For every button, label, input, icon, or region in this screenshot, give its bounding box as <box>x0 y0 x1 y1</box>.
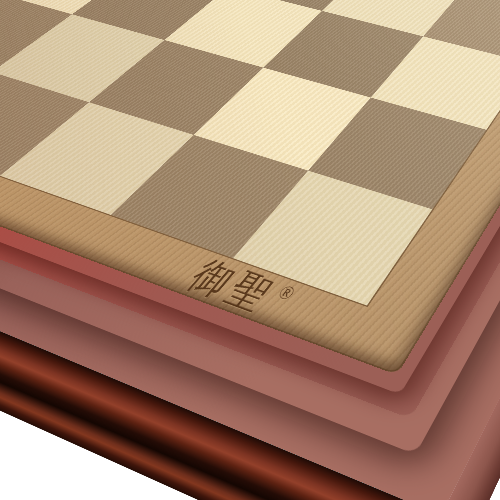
board-photo: 御聖® <box>0 0 500 500</box>
photo-scene: 御聖® <box>0 0 500 500</box>
